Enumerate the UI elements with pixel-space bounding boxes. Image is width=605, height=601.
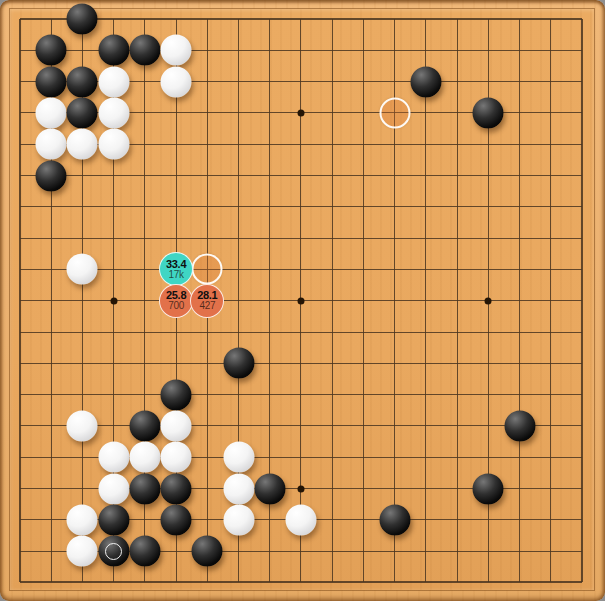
stone-black bbox=[223, 348, 254, 379]
stone-white bbox=[161, 442, 192, 473]
stone-black bbox=[379, 504, 410, 535]
stone-white bbox=[67, 254, 98, 285]
stone-black bbox=[67, 66, 98, 97]
stone-white bbox=[67, 536, 98, 567]
app-background: 33.417k25.870028.1427 bbox=[0, 0, 605, 601]
stone-white bbox=[98, 442, 129, 473]
stone-black bbox=[67, 4, 98, 35]
candidate-move-ring[interactable] bbox=[379, 97, 410, 128]
star-point bbox=[297, 485, 304, 492]
stone-white bbox=[98, 129, 129, 160]
star-point bbox=[485, 297, 492, 304]
suggestion-visits: 17k bbox=[168, 270, 183, 280]
stone-black bbox=[161, 379, 192, 410]
stone-white bbox=[285, 504, 316, 535]
stone-white bbox=[129, 442, 160, 473]
suggestion-visits: 700 bbox=[168, 301, 184, 311]
suggestion-winrate: 25.8 bbox=[166, 290, 186, 301]
stone-black bbox=[192, 536, 223, 567]
stone-black bbox=[36, 66, 67, 97]
stone-white bbox=[161, 66, 192, 97]
stone-black bbox=[129, 35, 160, 66]
suggestion-winrate: 33.4 bbox=[166, 259, 186, 270]
stone-white bbox=[67, 504, 98, 535]
stone-white bbox=[36, 129, 67, 160]
stone-black bbox=[473, 473, 504, 504]
star-point bbox=[297, 109, 304, 116]
stone-black bbox=[36, 35, 67, 66]
stone-black bbox=[504, 410, 535, 441]
go-board[interactable]: 33.417k25.870028.1427 bbox=[0, 0, 605, 601]
last-move-marker bbox=[105, 543, 122, 560]
stone-black bbox=[129, 536, 160, 567]
star-point bbox=[110, 297, 117, 304]
stone-black bbox=[98, 35, 129, 66]
stone-white bbox=[223, 504, 254, 535]
stone-white bbox=[98, 97, 129, 128]
suggestion-visits: 427 bbox=[199, 301, 215, 311]
stone-black bbox=[161, 504, 192, 535]
stone-white bbox=[36, 97, 67, 128]
stone-white bbox=[223, 442, 254, 473]
suggestion-winrate: 28.1 bbox=[197, 290, 217, 301]
stone-black bbox=[254, 473, 285, 504]
stone-white bbox=[161, 35, 192, 66]
stone-white bbox=[161, 410, 192, 441]
ai-suggestion-F11[interactable]: 33.417k bbox=[159, 252, 193, 286]
ai-suggestion-F10[interactable]: 25.8700 bbox=[159, 284, 193, 318]
stone-black bbox=[129, 473, 160, 504]
stone-black bbox=[98, 536, 129, 567]
stone-black bbox=[36, 160, 67, 191]
stone-black bbox=[161, 473, 192, 504]
stone-black bbox=[473, 97, 504, 128]
ai-suggestion-G10[interactable]: 28.1427 bbox=[190, 284, 224, 318]
stone-black bbox=[67, 97, 98, 128]
stone-white bbox=[67, 129, 98, 160]
stone-white bbox=[223, 473, 254, 504]
stone-white bbox=[98, 66, 129, 97]
stone-white bbox=[98, 473, 129, 504]
candidate-move-ring[interactable] bbox=[192, 254, 223, 285]
stone-white bbox=[67, 410, 98, 441]
stone-black bbox=[129, 410, 160, 441]
star-point bbox=[297, 297, 304, 304]
stone-black bbox=[410, 66, 441, 97]
stone-black bbox=[98, 504, 129, 535]
